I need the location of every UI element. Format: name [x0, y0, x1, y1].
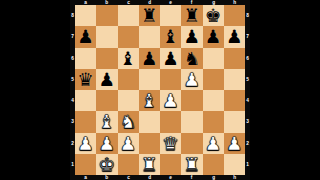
piece-white-knight-c3: ♞	[120, 111, 137, 132]
rank-label-right-2: 2	[246, 136, 249, 150]
rank-label-right-4: 4	[246, 93, 249, 107]
square-g7: ♟	[203, 26, 224, 47]
file-label-bottom-a: a	[78, 176, 92, 179]
square-a2: ♟	[75, 133, 96, 154]
square-e5	[160, 69, 181, 90]
piece-white-pawn-a2: ♟	[77, 133, 94, 154]
square-h8	[224, 5, 245, 26]
square-h7: ♟	[224, 26, 245, 47]
square-f1: ♜	[181, 154, 202, 175]
square-b7	[96, 26, 117, 47]
square-a4	[75, 90, 96, 111]
chessboard-frame: ♜♜♚♟♝♟♟♟♝♟♟♞♛♟♟♝♟♝♞♟♟♟♛♟♟♚♜♜ aabbccddeef…	[70, 0, 250, 180]
piece-black-knight-f6: ♞	[184, 48, 201, 69]
rank-label-right-1: 1	[246, 157, 249, 171]
piece-black-pawn-g7: ♟	[205, 26, 222, 47]
square-g2: ♟	[203, 133, 224, 154]
rank-label-left-1: 1	[71, 157, 74, 171]
file-label-bottom-h: h	[227, 176, 241, 179]
piece-black-rook-d8: ♜	[141, 5, 158, 26]
chessboard: ♜♜♚♟♝♟♟♟♝♟♟♞♛♟♟♝♟♝♞♟♟♟♛♟♟♚♜♜	[75, 5, 245, 175]
square-e4: ♟	[160, 90, 181, 111]
square-d6: ♟	[139, 48, 160, 69]
square-a1	[75, 154, 96, 175]
square-b8	[96, 5, 117, 26]
piece-white-bishop-b3: ♝	[99, 111, 116, 132]
square-h3	[224, 111, 245, 132]
piece-black-queen-a5: ♛	[77, 69, 94, 90]
square-d5	[139, 69, 160, 90]
square-h1	[224, 154, 245, 175]
piece-white-rook-d1: ♜	[141, 154, 158, 175]
file-label-bottom-f: f	[185, 176, 199, 179]
rank-label-left-3: 3	[71, 115, 74, 129]
piece-black-pawn-e6: ♟	[162, 48, 179, 69]
piece-white-pawn-g2: ♟	[205, 133, 222, 154]
square-g8: ♚	[203, 5, 224, 26]
square-a3	[75, 111, 96, 132]
square-b3: ♝	[96, 111, 117, 132]
piece-black-pawn-d6: ♟	[141, 48, 158, 69]
square-h4	[224, 90, 245, 111]
piece-black-pawn-f7: ♟	[184, 26, 201, 47]
rank-label-right-3: 3	[246, 115, 249, 129]
piece-black-pawn-b5: ♟	[99, 69, 116, 90]
square-b2: ♟	[96, 133, 117, 154]
square-g5	[203, 69, 224, 90]
file-label-top-f: f	[185, 1, 199, 4]
file-label-top-g: g	[206, 1, 220, 4]
rank-label-left-6: 6	[71, 51, 74, 65]
square-g4	[203, 90, 224, 111]
rank-label-right-7: 7	[246, 30, 249, 44]
square-d3	[139, 111, 160, 132]
square-g6	[203, 48, 224, 69]
piece-white-pawn-b2: ♟	[99, 133, 116, 154]
square-b4	[96, 90, 117, 111]
square-f7: ♟	[181, 26, 202, 47]
square-b6	[96, 48, 117, 69]
square-g1	[203, 154, 224, 175]
square-e8	[160, 5, 181, 26]
square-d7	[139, 26, 160, 47]
square-a7: ♟	[75, 26, 96, 47]
square-d8: ♜	[139, 5, 160, 26]
square-c2: ♟	[118, 133, 139, 154]
square-c4	[118, 90, 139, 111]
file-label-top-c: c	[121, 1, 135, 4]
piece-white-pawn-e4: ♟	[162, 90, 179, 111]
rank-label-left-8: 8	[71, 8, 74, 22]
piece-black-bishop-c6: ♝	[120, 48, 137, 69]
square-d2	[139, 133, 160, 154]
square-b5: ♟	[96, 69, 117, 90]
square-g3	[203, 111, 224, 132]
square-f5: ♟	[181, 69, 202, 90]
square-a6	[75, 48, 96, 69]
file-label-top-d: d	[142, 1, 156, 4]
rank-label-left-4: 4	[71, 93, 74, 107]
square-c8	[118, 5, 139, 26]
piece-black-pawn-a7: ♟	[77, 26, 94, 47]
rank-label-left-2: 2	[71, 136, 74, 150]
file-label-top-b: b	[100, 1, 114, 4]
square-e1	[160, 154, 181, 175]
square-h5	[224, 69, 245, 90]
file-label-top-h: h	[227, 1, 241, 4]
file-label-bottom-b: b	[100, 176, 114, 179]
rank-label-right-6: 6	[246, 51, 249, 65]
square-h2: ♟	[224, 133, 245, 154]
square-c1	[118, 154, 139, 175]
piece-black-bishop-e7: ♝	[162, 26, 179, 47]
square-a8	[75, 5, 96, 26]
square-a5: ♛	[75, 69, 96, 90]
square-c7	[118, 26, 139, 47]
square-e7: ♝	[160, 26, 181, 47]
piece-black-king-g8: ♚	[205, 5, 222, 26]
square-b1: ♚	[96, 154, 117, 175]
square-c3: ♞	[118, 111, 139, 132]
rank-label-left-7: 7	[71, 30, 74, 44]
square-f6: ♞	[181, 48, 202, 69]
square-c6: ♝	[118, 48, 139, 69]
square-d4: ♝	[139, 90, 160, 111]
piece-white-queen-e2: ♛	[162, 133, 179, 154]
square-f4	[181, 90, 202, 111]
rank-label-left-5: 5	[71, 72, 74, 86]
square-f8: ♜	[181, 5, 202, 26]
square-f3	[181, 111, 202, 132]
video-frame: ♜♜♚♟♝♟♟♟♝♟♟♞♛♟♟♝♟♝♞♟♟♟♛♟♟♚♜♜ aabbccddeef…	[0, 0, 320, 180]
piece-black-rook-f8: ♜	[184, 5, 201, 26]
file-label-top-e: e	[163, 1, 177, 4]
piece-white-rook-f1: ♜	[184, 154, 201, 175]
square-f2	[181, 133, 202, 154]
rank-label-right-8: 8	[246, 8, 249, 22]
piece-black-pawn-h7: ♟	[226, 26, 243, 47]
file-label-bottom-g: g	[206, 176, 220, 179]
square-e6: ♟	[160, 48, 181, 69]
square-e3	[160, 111, 181, 132]
piece-white-pawn-c2: ♟	[120, 133, 137, 154]
square-e2: ♛	[160, 133, 181, 154]
square-d1: ♜	[139, 154, 160, 175]
piece-white-pawn-h2: ♟	[226, 133, 243, 154]
piece-white-king-b1: ♚	[99, 154, 116, 175]
file-label-bottom-d: d	[142, 176, 156, 179]
piece-white-pawn-f5: ♟	[184, 69, 201, 90]
piece-white-bishop-d4: ♝	[141, 90, 158, 111]
file-label-bottom-c: c	[121, 176, 135, 179]
square-h6	[224, 48, 245, 69]
square-c5	[118, 69, 139, 90]
file-label-bottom-e: e	[163, 176, 177, 179]
file-label-top-a: a	[78, 1, 92, 4]
rank-label-right-5: 5	[246, 72, 249, 86]
